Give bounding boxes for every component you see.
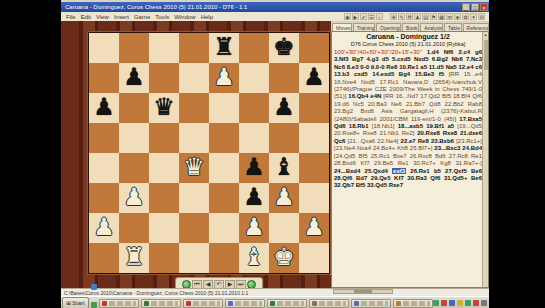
white-pawn-f2[interactable]: ♟ [239, 213, 269, 243]
square-d3[interactable] [179, 183, 209, 213]
toolbar-icon-6[interactable]: ✙ [390, 13, 397, 20]
quick-launch-icon-1[interactable] [91, 302, 97, 308]
windows-logo-icon: ⊞ [66, 299, 71, 308]
horizontal-scrollbar[interactable] [333, 289, 393, 294]
black-pawn-g6[interactable]: ♟ [269, 93, 299, 123]
tray-icon-4[interactable] [465, 300, 471, 306]
notation-segment-11[interactable]: 22.e7 Re8 23.Bxb6 [401, 138, 457, 144]
square-d2[interactable] [179, 213, 209, 243]
toolbar-icon-13[interactable]: ✉ [446, 13, 453, 20]
task-button-icon [396, 301, 401, 306]
white-rook-b1[interactable]: ♜ [119, 243, 149, 273]
square-f7[interactable] [239, 63, 269, 93]
square-h4[interactable] [299, 153, 329, 183]
white-pawn-h2[interactable]: ♟ [299, 213, 329, 243]
task-button-icon [102, 301, 107, 306]
square-g4[interactable]: ♝ [269, 153, 299, 183]
square-c1[interactable] [149, 243, 179, 273]
square-f1[interactable]: ♝ [239, 243, 269, 273]
notation-segment-10[interactable]: [21...Qxa6 22.Ne4] [348, 138, 401, 144]
square-a1[interactable] [89, 243, 119, 273]
square-f6[interactable] [239, 93, 269, 123]
black-pawn-h7[interactable]: ♟ [299, 63, 329, 93]
black-queen-c6[interactable]: ♛ [149, 93, 179, 123]
task-button-6[interactable] [351, 299, 391, 308]
title-bar[interactable]: Caruana - Dominguez, Corus Chess 2010 (5… [61, 2, 489, 12]
menu-game[interactable]: Game [134, 14, 150, 20]
task-button-icon [144, 301, 149, 306]
black-pawn-a6[interactable]: ♟ [89, 93, 119, 123]
square-d5[interactable] [179, 123, 209, 153]
menu-help[interactable]: Help [201, 14, 213, 20]
black-bishop-g4[interactable]: ♝ [269, 153, 299, 183]
toolbar-icon-1[interactable]: ▶ [352, 13, 359, 20]
task-buttons [97, 299, 433, 308]
square-a3[interactable] [89, 183, 119, 213]
toolbar-icon-15[interactable]: ✿ [462, 13, 469, 20]
task-button-5[interactable] [309, 299, 349, 308]
square-f8[interactable] [239, 33, 269, 63]
white-pawn-g3[interactable]: ♟ [269, 183, 299, 213]
toolbar-icon-14[interactable]: ◈ [454, 13, 461, 20]
white-pawn-b3[interactable]: ♟ [119, 183, 149, 213]
minimize-button[interactable]: _ [462, 3, 470, 11]
white-bishop-f1[interactable]: ♝ [239, 243, 269, 273]
notation-segment-6[interactable]: [18.Nb1] [372, 123, 398, 129]
menu-file[interactable]: File [66, 14, 76, 20]
square-g2[interactable] [269, 213, 299, 243]
notation-segment-7[interactable]: 18...axb5 19.Bf1 a5 [398, 123, 458, 129]
toolbar-icon-8[interactable]: ⚒ [406, 13, 413, 20]
notation-panel[interactable]: Caruana - Dominguez 1/2 D76 Corus Chess … [331, 31, 489, 288]
notation-segment-0[interactable]: 100'+30''/40+50'+30''/20+15'+30'' [334, 49, 427, 55]
task-button-icon [312, 301, 317, 306]
task-button-2[interactable] [183, 299, 223, 308]
white-pawn-e7[interactable]: ♟ [209, 63, 239, 93]
task-button-icon [354, 301, 359, 306]
game-subheader: D76 Corus Chess 2010 (5) 21.01.2010 [Ryb… [334, 41, 482, 48]
board-frame: ♜♚♟♟♟♟♛♟♛♟♝♟♟♟♟♟♟♜♝♚ ⏮◀↶▶⏭ [61, 21, 331, 296]
toolbar-icon-0[interactable]: ◉ [344, 13, 351, 20]
square-h6[interactable] [299, 93, 329, 123]
black-pawn-f3[interactable]: ♟ [239, 183, 269, 213]
toolbar-icon-2[interactable]: ✔ [360, 13, 367, 20]
windows-taskbar: ⊞Start [61, 296, 489, 308]
menu-tools[interactable]: Tools [155, 14, 169, 20]
notation-tabs: MovesTrainingOpeningsBookAnalysisTableRe… [331, 21, 489, 31]
square-f4[interactable]: ♟ [239, 153, 269, 183]
square-d8[interactable] [179, 33, 209, 63]
square-c6[interactable]: ♛ [149, 93, 179, 123]
game-header: Caruana - Dominguez 1/2 [334, 33, 482, 41]
task-button-icon [270, 301, 275, 306]
video-frame: Caruana - Dominguez, Corus Chess 2010 (5… [0, 0, 545, 308]
tray-icon-0[interactable] [433, 300, 439, 306]
status-bar: C:\Bases\Corus 2010\Caruana - Dominguez,… [61, 288, 489, 296]
square-c2[interactable] [149, 213, 179, 243]
window-controls: _ □ × [462, 3, 488, 11]
tab-moves[interactable]: Moves [332, 23, 352, 31]
tray-icon-6[interactable] [481, 300, 487, 306]
black-pawn-b7[interactable]: ♟ [119, 63, 149, 93]
white-pawn-a2[interactable]: ♟ [89, 213, 119, 243]
square-e7[interactable]: ♟ [209, 63, 239, 93]
square-b6[interactable] [119, 93, 149, 123]
maximize-button[interactable]: □ [471, 3, 479, 11]
tray-icon-5[interactable] [473, 300, 479, 306]
toolbar-icon-12[interactable]: ▦ [438, 13, 445, 20]
chessbase-window: Caruana - Dominguez, Corus Chess 2010 (5… [61, 0, 489, 308]
square-e3[interactable] [209, 183, 239, 213]
square-e4[interactable] [209, 153, 239, 183]
tab-reference[interactable]: Reference [463, 23, 489, 31]
white-king-g1[interactable]: ♚ [269, 243, 299, 273]
square-b3[interactable]: ♟ [119, 183, 149, 213]
chess-board[interactable]: ♜♚♟♟♟♟♛♟♛♟♝♟♟♟♟♟♟♜♝♚ [88, 32, 330, 274]
square-b4[interactable] [119, 153, 149, 183]
toolbar-icon-3[interactable]: ☰ [368, 13, 375, 20]
square-h2[interactable]: ♟ [299, 213, 329, 243]
quick-launch [89, 276, 97, 308]
square-d7[interactable] [179, 63, 209, 93]
square-d6[interactable] [179, 93, 209, 123]
task-button-0[interactable] [99, 299, 139, 308]
square-a4[interactable] [89, 153, 119, 183]
square-e5[interactable] [209, 123, 239, 153]
square-g6[interactable]: ♟ [269, 93, 299, 123]
square-h1[interactable] [299, 243, 329, 273]
square-h3[interactable] [299, 183, 329, 213]
square-f2[interactable]: ♟ [239, 213, 269, 243]
start-button[interactable]: ⊞Start [62, 297, 89, 308]
square-e6[interactable] [209, 93, 239, 123]
quick-launch-icon-0[interactable] [91, 284, 97, 290]
system-tray [433, 300, 489, 306]
menu-insert[interactable]: Insert [114, 14, 129, 20]
square-a7[interactable] [89, 63, 119, 93]
tray-icon-1[interactable] [441, 300, 447, 306]
square-c4[interactable] [149, 153, 179, 183]
square-f3[interactable]: ♟ [239, 183, 269, 213]
square-d1[interactable] [179, 243, 209, 273]
square-h8[interactable] [299, 33, 329, 63]
notation-segment-13[interactable]: 23...Bxc3 24.Bd4 [434, 145, 482, 151]
square-c5[interactable] [149, 123, 179, 153]
notation-segment-15[interactable]: 24...Bxd4 25.Qxd4 [334, 168, 392, 174]
toolbar-icon-10[interactable]: ▤ [422, 13, 429, 20]
square-e1[interactable] [209, 243, 239, 273]
square-e8[interactable]: ♜ [209, 33, 239, 63]
toolbar-icon-9[interactable]: ♟ [414, 13, 421, 20]
square-a6[interactable]: ♟ [89, 93, 119, 123]
notation-segment-14[interactable]: [24.Qd5 Bf5 25.Rc1 Bxe7 26.Rxc8 Bd6 27.R… [334, 153, 482, 166]
square-g1[interactable]: ♚ [269, 243, 299, 273]
square-a2[interactable]: ♟ [89, 213, 119, 243]
square-c3[interactable] [149, 183, 179, 213]
notation-scrollbar[interactable]: ▲ [482, 32, 488, 287]
square-c7[interactable] [149, 63, 179, 93]
square-h5[interactable] [299, 123, 329, 153]
task-button-1[interactable] [141, 299, 181, 308]
square-b2[interactable] [119, 213, 149, 243]
square-c8[interactable] [149, 33, 179, 63]
square-a8[interactable] [89, 33, 119, 63]
square-g7[interactable] [269, 63, 299, 93]
menu-window[interactable]: Window [174, 14, 195, 20]
task-button-icon [186, 301, 191, 306]
current-move[interactable]: exf3 [392, 168, 406, 174]
square-f5[interactable] [239, 123, 269, 153]
task-button-3[interactable] [225, 299, 265, 308]
square-g8[interactable]: ♚ [269, 33, 299, 63]
toolbar: ◉▶✔☰⌕✙✎⚒♟▤⚑▦✉◈✿✦⚙ [344, 12, 485, 21]
notation-segment-3[interactable]: 16.Qb4 e4N [348, 93, 383, 99]
tab-table[interactable]: Table [444, 23, 462, 31]
toolbar-icon-11[interactable]: ⚑ [430, 13, 437, 20]
square-g3[interactable]: ♟ [269, 183, 299, 213]
black-pawn-f4[interactable]: ♟ [239, 153, 269, 183]
tab-analysis[interactable]: Analysis [420, 23, 443, 31]
square-b7[interactable]: ♟ [119, 63, 149, 93]
toolbar-icon-17[interactable]: ⚙ [478, 13, 485, 20]
toolbar-icon-7[interactable]: ✎ [398, 13, 405, 20]
tab-openings[interactable]: Openings [376, 23, 401, 31]
square-e2[interactable] [209, 213, 239, 243]
square-g5[interactable] [269, 123, 299, 153]
task-button-7[interactable] [393, 299, 433, 308]
square-b8[interactable] [119, 33, 149, 63]
square-d4[interactable]: ♛ [179, 153, 209, 183]
tab-book[interactable]: Book [402, 23, 419, 31]
tab-training[interactable]: Training [353, 23, 375, 31]
menu-view[interactable]: View [96, 14, 109, 20]
square-h7[interactable]: ♟ [299, 63, 329, 93]
task-button-icon [228, 301, 233, 306]
toolbar-icon-16[interactable]: ✦ [470, 13, 477, 20]
square-b5[interactable] [119, 123, 149, 153]
square-b1[interactable]: ♜ [119, 243, 149, 273]
tray-icon-2[interactable] [449, 300, 455, 306]
white-queen-d4[interactable]: ♛ [179, 153, 209, 183]
move-list[interactable]: 100'+30''/40+50'+30''/20+15'+30'' 1.d4 N… [334, 49, 482, 190]
menu-edit[interactable]: Edit [81, 14, 91, 20]
black-king-g8[interactable]: ♚ [269, 33, 299, 63]
square-a5[interactable] [89, 123, 119, 153]
black-rook-e8[interactable]: ♜ [209, 33, 239, 63]
task-button-4[interactable] [267, 299, 307, 308]
toolbar-icon-4[interactable]: ⌕ [376, 13, 383, 20]
close-button[interactable]: × [480, 3, 488, 11]
tray-icon-3[interactable] [457, 300, 463, 306]
